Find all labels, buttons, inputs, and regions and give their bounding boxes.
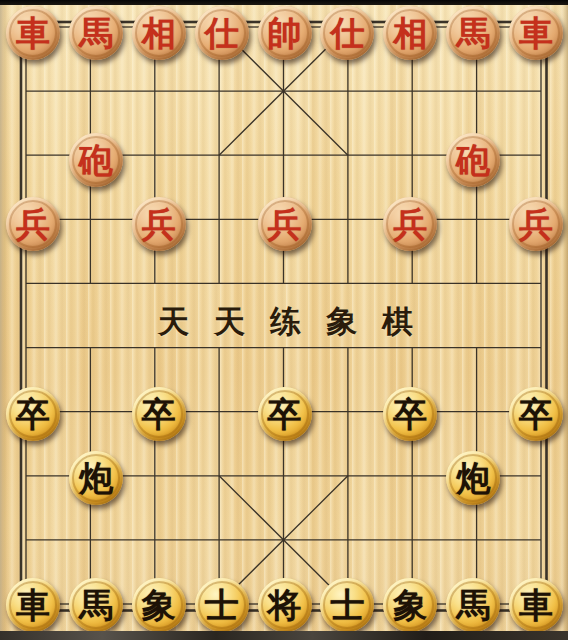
letterbox-bottom-bar — [0, 631, 568, 640]
xiangqi-board[interactable]: 天天练象棋 車馬相仕帥仕相馬車砲砲兵兵兵兵兵卒卒卒卒卒炮炮車馬象士将士象馬車 — [0, 0, 568, 640]
letterbox-top-bar — [0, 0, 568, 5]
piece-black-chariot[interactable]: 車 — [509, 578, 563, 632]
piece-black-cannon[interactable]: 炮 — [446, 451, 500, 505]
piece-red-soldier[interactable]: 兵 — [383, 197, 437, 251]
piece-black-soldier[interactable]: 卒 — [258, 387, 312, 441]
piece-black-general[interactable]: 将 — [258, 578, 312, 632]
piece-black-elephant[interactable]: 象 — [383, 578, 437, 632]
piece-red-soldier[interactable]: 兵 — [132, 197, 186, 251]
piece-black-soldier[interactable]: 卒 — [509, 387, 563, 441]
piece-black-chariot[interactable]: 車 — [6, 578, 60, 632]
piece-red-elephant[interactable]: 相 — [383, 6, 437, 60]
piece-red-soldier[interactable]: 兵 — [509, 197, 563, 251]
piece-red-advisor[interactable]: 仕 — [320, 6, 374, 60]
piece-red-chariot[interactable]: 車 — [6, 6, 60, 60]
river-watermark: 天天练象棋 — [14, 301, 568, 343]
piece-black-soldier[interactable]: 卒 — [132, 387, 186, 441]
piece-black-soldier[interactable]: 卒 — [6, 387, 60, 441]
piece-black-soldier[interactable]: 卒 — [383, 387, 437, 441]
piece-black-elephant[interactable]: 象 — [132, 578, 186, 632]
piece-red-elephant[interactable]: 相 — [132, 6, 186, 60]
piece-red-chariot[interactable]: 車 — [509, 6, 563, 60]
piece-red-cannon[interactable]: 砲 — [446, 133, 500, 187]
piece-red-advisor[interactable]: 仕 — [195, 6, 249, 60]
piece-red-soldier[interactable]: 兵 — [6, 197, 60, 251]
piece-black-horse[interactable]: 馬 — [69, 578, 123, 632]
piece-red-horse[interactable]: 馬 — [446, 6, 500, 60]
piece-black-advisor[interactable]: 士 — [320, 578, 374, 632]
piece-red-general[interactable]: 帥 — [258, 6, 312, 60]
piece-black-advisor[interactable]: 士 — [195, 578, 249, 632]
piece-red-soldier[interactable]: 兵 — [258, 197, 312, 251]
piece-red-horse[interactable]: 馬 — [69, 6, 123, 60]
piece-red-cannon[interactable]: 砲 — [69, 133, 123, 187]
piece-black-cannon[interactable]: 炮 — [69, 451, 123, 505]
piece-black-horse[interactable]: 馬 — [446, 578, 500, 632]
